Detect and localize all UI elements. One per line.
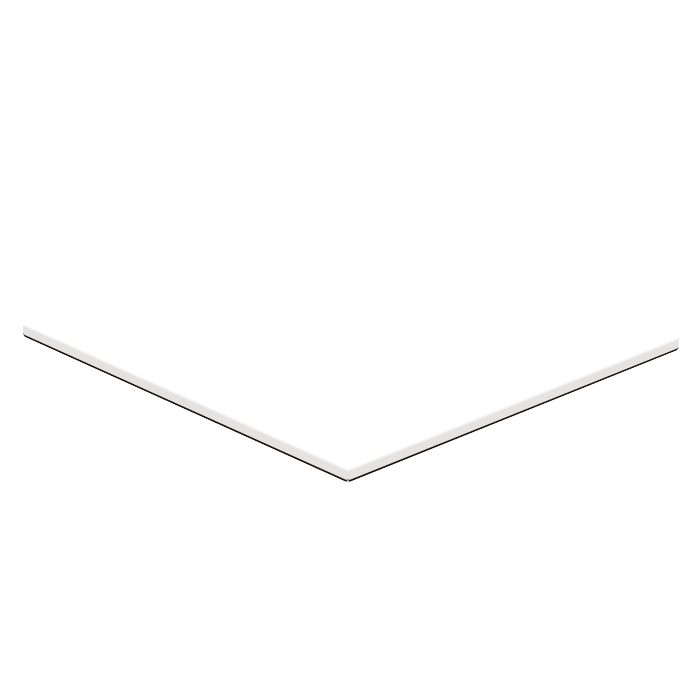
photo-background (0, 0, 700, 700)
chess-board (23, 216, 679, 469)
board-top-face (23, 216, 679, 469)
scene (0, 0, 700, 700)
